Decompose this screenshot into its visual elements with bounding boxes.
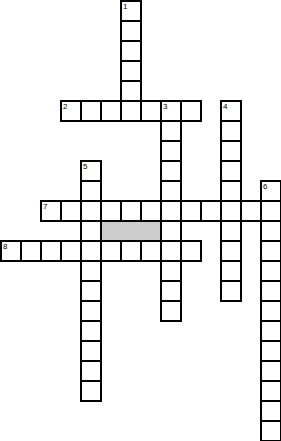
crossword-cell[interactable] [160,120,182,142]
crossword-cell[interactable] [80,380,102,402]
crossword-cell[interactable] [40,240,62,262]
crossword-cell[interactable] [160,220,182,242]
crossword-cell[interactable] [260,200,281,222]
crossword-cell[interactable] [220,240,242,262]
crossword-cell[interactable] [260,420,281,441]
crossword-cell[interactable] [80,280,102,302]
crossword-cell[interactable] [80,180,102,202]
crossword-cell[interactable] [260,360,281,382]
crossword-cell[interactable] [160,240,182,262]
crossword-cell[interactable] [80,200,102,222]
crossword-cell[interactable] [160,140,182,162]
crossword-cell[interactable] [120,240,142,262]
crossword-cell[interactable] [20,240,42,262]
crossword-cell[interactable] [120,20,142,42]
crossword-cell[interactable] [80,300,102,322]
crossword-cell[interactable] [120,100,142,122]
crossword-cell[interactable] [100,100,122,122]
crossword-cell[interactable] [260,320,281,342]
crossword-cell[interactable] [80,260,102,282]
crossword-cell[interactable] [80,360,102,382]
crossword-cell[interactable] [220,140,242,162]
crossword-cell[interactable] [220,120,242,142]
crossword-cell[interactable] [80,340,102,362]
crossword-cell[interactable] [140,240,162,262]
crossword-cell[interactable] [140,200,162,222]
clue-number: 7 [43,203,47,211]
crossword-cell[interactable] [100,200,122,222]
crossword-cell[interactable] [220,200,242,222]
crossword-cell[interactable] [180,100,202,122]
crossword-cell[interactable] [160,300,182,322]
crossword-cell[interactable] [260,400,281,422]
crossword-cell[interactable] [120,80,142,102]
crossword-cell[interactable] [180,200,202,222]
clue-number: 8 [3,243,7,251]
crossword-cell[interactable] [100,240,122,262]
crossword-cell[interactable] [260,280,281,302]
crossword-cell[interactable] [120,60,142,82]
clue-number: 3 [163,103,167,111]
crossword-cell[interactable] [160,200,182,222]
crossword-cell[interactable] [120,200,142,222]
crossword-cell[interactable] [60,240,82,262]
crossword-cell[interactable] [260,380,281,402]
clue-number: 6 [263,183,267,191]
crossword-cell[interactable] [80,320,102,342]
clue-number: 5 [83,163,87,171]
crossword-board: 12345678 [0,0,281,441]
crossword-cell[interactable] [160,280,182,302]
crossword-cell[interactable] [240,200,262,222]
crossword-cell[interactable] [220,260,242,282]
crossword-cell[interactable] [160,160,182,182]
clue-number: 4 [223,103,227,111]
crossword-cell[interactable] [120,40,142,62]
crossword-cell[interactable] [260,340,281,362]
crossword-cell[interactable] [160,180,182,202]
crossword-cell[interactable] [260,220,281,242]
crossword-cell[interactable] [80,100,102,122]
crossword-cell[interactable] [260,300,281,322]
crossword-cell[interactable] [220,180,242,202]
crossword-cell[interactable] [80,240,102,262]
shaded-block [100,220,162,242]
crossword-cell[interactable] [140,100,162,122]
clue-number: 2 [63,103,67,111]
crossword-cell[interactable] [80,220,102,242]
crossword-cell[interactable] [200,200,222,222]
crossword-cell[interactable] [220,160,242,182]
crossword-cell[interactable] [160,260,182,282]
crossword-cell[interactable] [260,260,281,282]
crossword-cell[interactable] [60,200,82,222]
clue-number: 1 [123,3,127,11]
crossword-cell[interactable] [180,240,202,262]
crossword-cell[interactable] [220,220,242,242]
crossword-cell[interactable] [220,280,242,302]
crossword-cell[interactable] [260,240,281,262]
